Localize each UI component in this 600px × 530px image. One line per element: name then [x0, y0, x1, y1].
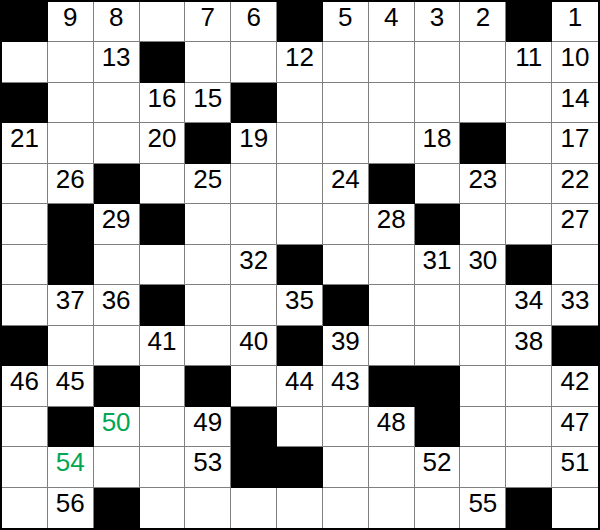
white-cell[interactable] [323, 204, 369, 244]
white-cell[interactable]: 46 [2, 366, 48, 406]
black-cell [460, 123, 506, 163]
clue-number: 30 [468, 247, 497, 273]
white-cell[interactable]: 43 [323, 366, 369, 406]
clue-number: 17 [561, 125, 590, 151]
white-cell[interactable] [369, 326, 415, 366]
clue-number: 41 [147, 328, 176, 354]
clue-number: 45 [56, 368, 85, 394]
white-cell[interactable] [94, 83, 140, 123]
clue-number: 24 [331, 166, 360, 192]
clue-number: 22 [561, 166, 590, 192]
white-cell[interactable]: 33 [552, 285, 598, 325]
black-cell [2, 2, 48, 42]
clue-number: 49 [193, 409, 222, 435]
black-cell [48, 204, 94, 244]
white-cell[interactable] [2, 42, 48, 82]
clue-number: 54 [56, 449, 85, 475]
white-cell[interactable]: 54 [48, 447, 94, 487]
white-cell[interactable] [2, 407, 48, 447]
clue-number: 51 [561, 449, 590, 475]
white-cell[interactable] [231, 42, 277, 82]
clue-number: 26 [56, 166, 85, 192]
clue-number: 14 [561, 85, 590, 111]
clue-number: 46 [10, 368, 39, 394]
white-cell[interactable] [369, 245, 415, 285]
clue-number: 37 [56, 287, 85, 313]
clue-number: 13 [102, 44, 131, 70]
white-cell[interactable] [506, 123, 552, 163]
white-cell[interactable] [506, 164, 552, 204]
white-cell[interactable]: 25 [185, 164, 231, 204]
white-cell[interactable] [231, 285, 277, 325]
white-cell[interactable] [369, 285, 415, 325]
white-cell[interactable]: 13 [94, 42, 140, 82]
clue-number: 50 [102, 409, 131, 435]
clue-number: 25 [193, 166, 222, 192]
clue-number: 2 [476, 4, 490, 30]
white-cell[interactable]: 23 [460, 164, 506, 204]
white-cell[interactable] [185, 42, 231, 82]
white-cell[interactable]: 34 [506, 285, 552, 325]
white-cell[interactable]: 44 [277, 366, 323, 406]
white-cell[interactable] [94, 123, 140, 163]
white-cell[interactable] [2, 285, 48, 325]
black-cell [48, 245, 94, 285]
clue-number: 52 [423, 449, 452, 475]
white-cell[interactable] [277, 83, 323, 123]
clue-number: 19 [239, 125, 268, 151]
white-cell[interactable] [94, 245, 140, 285]
white-cell[interactable] [140, 245, 186, 285]
white-cell[interactable] [185, 488, 231, 528]
white-cell[interactable]: 36 [94, 285, 140, 325]
black-cell [323, 285, 369, 325]
white-cell[interactable] [140, 407, 186, 447]
clue-number: 27 [561, 206, 590, 232]
white-cell[interactable] [2, 164, 48, 204]
white-cell[interactable] [506, 407, 552, 447]
clue-number: 10 [561, 44, 590, 70]
white-cell[interactable] [415, 285, 461, 325]
white-cell[interactable] [460, 285, 506, 325]
white-cell[interactable] [323, 245, 369, 285]
clue-number: 6 [246, 4, 260, 30]
white-cell[interactable] [552, 488, 598, 528]
white-cell[interactable]: 11 [506, 42, 552, 82]
white-cell[interactable]: 41 [140, 326, 186, 366]
black-cell [140, 285, 186, 325]
white-cell[interactable] [323, 407, 369, 447]
white-cell[interactable] [277, 488, 323, 528]
white-cell[interactable] [369, 488, 415, 528]
black-cell [552, 326, 598, 366]
white-cell[interactable]: 4 [369, 2, 415, 42]
white-cell[interactable]: 29 [94, 204, 140, 244]
white-cell[interactable]: 6 [231, 2, 277, 42]
black-cell [506, 488, 552, 528]
white-cell[interactable]: 30 [460, 245, 506, 285]
clue-number: 8 [109, 4, 123, 30]
clue-number: 47 [561, 409, 590, 435]
white-cell[interactable] [277, 123, 323, 163]
white-cell[interactable]: 47 [552, 407, 598, 447]
white-cell[interactable] [48, 83, 94, 123]
clue-number: 39 [331, 328, 360, 354]
white-cell[interactable] [231, 366, 277, 406]
black-cell [277, 326, 323, 366]
white-cell[interactable] [48, 42, 94, 82]
clue-number: 42 [561, 368, 590, 394]
clue-number: 38 [514, 328, 543, 354]
white-cell[interactable]: 19 [231, 123, 277, 163]
white-cell[interactable]: 1 [552, 2, 598, 42]
white-cell[interactable] [323, 123, 369, 163]
clue-number: 9 [63, 4, 77, 30]
white-cell[interactable] [185, 285, 231, 325]
clue-number: 53 [193, 449, 222, 475]
white-cell[interactable]: 45 [48, 366, 94, 406]
clue-number: 15 [193, 85, 222, 111]
white-cell[interactable] [231, 204, 277, 244]
clue-number: 35 [285, 287, 314, 313]
clue-number: 55 [468, 490, 497, 516]
white-cell[interactable]: 18 [415, 123, 461, 163]
white-cell[interactable] [369, 83, 415, 123]
black-cell [48, 407, 94, 447]
white-cell[interactable] [185, 245, 231, 285]
clue-number: 33 [561, 287, 590, 313]
white-cell[interactable]: 15 [185, 83, 231, 123]
white-cell[interactable] [506, 447, 552, 487]
white-cell[interactable] [2, 488, 48, 528]
clue-number: 21 [10, 125, 39, 151]
white-cell[interactable]: 20 [140, 123, 186, 163]
white-cell[interactable]: 53 [185, 447, 231, 487]
black-cell [277, 245, 323, 285]
white-cell[interactable] [460, 447, 506, 487]
white-cell[interactable] [415, 488, 461, 528]
white-cell[interactable]: 7 [185, 2, 231, 42]
white-cell[interactable]: 3 [415, 2, 461, 42]
white-cell[interactable] [369, 123, 415, 163]
white-cell[interactable] [415, 83, 461, 123]
clue-number: 3 [430, 4, 444, 30]
black-cell [277, 447, 323, 487]
clue-number: 40 [239, 328, 268, 354]
white-cell[interactable]: 51 [552, 447, 598, 487]
clue-number: 1 [568, 4, 582, 30]
white-cell[interactable] [94, 326, 140, 366]
clue-number: 34 [514, 287, 543, 313]
black-cell [94, 488, 140, 528]
white-cell[interactable]: 2 [460, 2, 506, 42]
white-cell[interactable] [277, 407, 323, 447]
white-cell[interactable]: 42 [552, 366, 598, 406]
white-cell[interactable]: 22 [552, 164, 598, 204]
white-cell[interactable] [277, 204, 323, 244]
white-cell[interactable] [460, 83, 506, 123]
white-cell[interactable] [2, 447, 48, 487]
clue-number: 23 [468, 166, 497, 192]
black-cell [185, 366, 231, 406]
clue-number: 12 [285, 44, 314, 70]
white-cell[interactable]: 38 [506, 326, 552, 366]
white-cell[interactable]: 56 [48, 488, 94, 528]
clue-number: 44 [285, 368, 314, 394]
white-cell[interactable]: 37 [48, 285, 94, 325]
white-cell[interactable] [323, 83, 369, 123]
white-cell[interactable] [140, 447, 186, 487]
crossword-grid: 9876543211312111016151421201918172625242… [0, 0, 600, 530]
white-cell[interactable] [185, 326, 231, 366]
clue-number: 36 [102, 287, 131, 313]
black-cell [231, 407, 277, 447]
black-cell [415, 204, 461, 244]
white-cell[interactable] [323, 488, 369, 528]
white-cell[interactable]: 28 [369, 204, 415, 244]
black-cell [231, 83, 277, 123]
clue-number: 4 [384, 4, 398, 30]
white-cell[interactable]: 16 [140, 83, 186, 123]
white-cell[interactable] [460, 42, 506, 82]
white-cell[interactable]: 35 [277, 285, 323, 325]
white-cell[interactable] [460, 366, 506, 406]
white-cell[interactable]: 21 [2, 123, 48, 163]
white-cell[interactable] [369, 447, 415, 487]
white-cell[interactable] [552, 245, 598, 285]
white-cell[interactable] [140, 2, 186, 42]
white-cell[interactable] [323, 42, 369, 82]
white-cell[interactable]: 5 [323, 2, 369, 42]
clue-number: 31 [423, 247, 452, 273]
white-cell[interactable]: 40 [231, 326, 277, 366]
black-cell [277, 2, 323, 42]
white-cell[interactable] [140, 366, 186, 406]
clue-number: 29 [102, 206, 131, 232]
white-cell[interactable]: 17 [552, 123, 598, 163]
white-cell[interactable] [460, 326, 506, 366]
black-cell [2, 326, 48, 366]
clue-number: 56 [56, 490, 85, 516]
white-cell[interactable] [415, 42, 461, 82]
black-cell [140, 42, 186, 82]
white-cell[interactable] [369, 42, 415, 82]
white-cell[interactable] [48, 326, 94, 366]
clue-number: 18 [423, 125, 452, 151]
white-cell[interactable] [140, 488, 186, 528]
clue-number: 5 [338, 4, 352, 30]
white-cell[interactable] [140, 164, 186, 204]
white-cell[interactable]: 50 [94, 407, 140, 447]
white-cell[interactable] [94, 447, 140, 487]
white-cell[interactable] [415, 164, 461, 204]
black-cell [94, 164, 140, 204]
black-cell [415, 407, 461, 447]
black-cell [506, 2, 552, 42]
white-cell[interactable] [185, 204, 231, 244]
clue-number: 43 [331, 368, 360, 394]
white-cell[interactable]: 8 [94, 2, 140, 42]
clue-number: 20 [147, 125, 176, 151]
white-cell[interactable]: 32 [231, 245, 277, 285]
white-cell[interactable]: 24 [323, 164, 369, 204]
white-cell[interactable] [231, 164, 277, 204]
black-cell [140, 204, 186, 244]
white-cell[interactable] [506, 366, 552, 406]
black-cell [415, 366, 461, 406]
white-cell[interactable] [323, 447, 369, 487]
white-cell[interactable] [2, 204, 48, 244]
white-cell[interactable] [460, 407, 506, 447]
white-cell[interactable] [2, 245, 48, 285]
clue-number: 11 [515, 44, 542, 70]
white-cell[interactable]: 9 [48, 2, 94, 42]
white-cell[interactable] [48, 123, 94, 163]
white-cell[interactable] [231, 488, 277, 528]
white-cell[interactable] [506, 204, 552, 244]
black-cell [506, 245, 552, 285]
white-cell[interactable]: 12 [277, 42, 323, 82]
white-cell[interactable] [506, 83, 552, 123]
white-cell[interactable]: 55 [460, 488, 506, 528]
white-cell[interactable]: 39 [323, 326, 369, 366]
white-cell[interactable]: 49 [185, 407, 231, 447]
white-cell[interactable]: 31 [415, 245, 461, 285]
white-cell[interactable]: 48 [369, 407, 415, 447]
black-cell [369, 164, 415, 204]
black-cell [231, 447, 277, 487]
white-cell[interactable] [415, 326, 461, 366]
clue-number: 48 [377, 409, 406, 435]
black-cell [369, 366, 415, 406]
white-cell[interactable]: 52 [415, 447, 461, 487]
black-cell [2, 83, 48, 123]
white-cell[interactable] [277, 164, 323, 204]
white-cell[interactable]: 14 [552, 83, 598, 123]
clue-number: 32 [239, 247, 268, 273]
white-cell[interactable]: 27 [552, 204, 598, 244]
white-cell[interactable]: 26 [48, 164, 94, 204]
black-cell [94, 366, 140, 406]
white-cell[interactable]: 10 [552, 42, 598, 82]
clue-number: 28 [377, 206, 406, 232]
black-cell [185, 123, 231, 163]
white-cell[interactable] [460, 204, 506, 244]
clue-number: 7 [201, 4, 215, 30]
clue-number: 16 [147, 85, 176, 111]
